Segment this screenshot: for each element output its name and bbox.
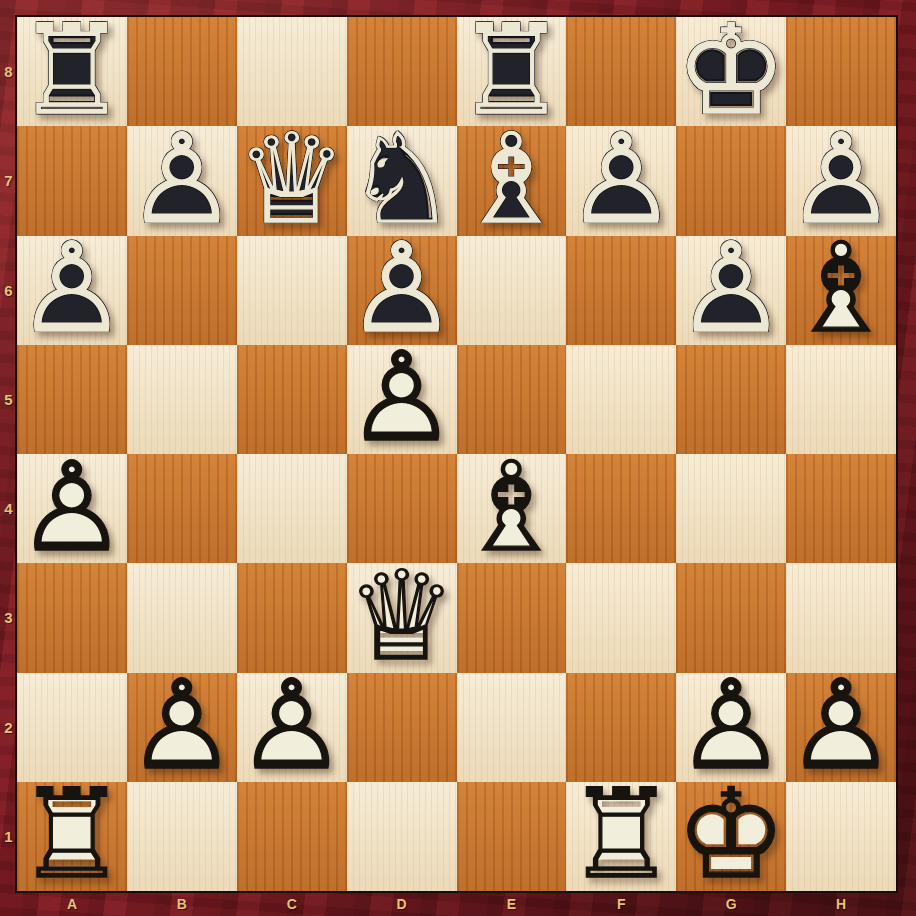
black-king: ♚♔ — [676, 17, 786, 126]
square-g5[interactable] — [676, 345, 786, 454]
square-b4[interactable] — [127, 454, 237, 563]
white-rook: ♜♖ — [17, 782, 127, 891]
square-c6[interactable] — [237, 236, 347, 345]
square-c4[interactable] — [237, 454, 347, 563]
white-bishop: ♝♗ — [786, 236, 896, 345]
square-c5[interactable] — [237, 345, 347, 454]
black-queen-outline: ♕ — [237, 124, 347, 233]
rank-label-3: 3 — [0, 563, 17, 672]
black-queen: ♛♕ — [237, 126, 347, 235]
square-b6[interactable] — [127, 236, 237, 345]
rank-label-6: 6 — [0, 236, 17, 345]
rank-label-4: 4 — [0, 454, 17, 563]
square-c7[interactable]: ♛♕ — [237, 126, 347, 235]
white-bishop-outline: ♗ — [457, 452, 567, 561]
square-f3[interactable] — [566, 563, 676, 672]
white-pawn: ♟♙ — [17, 454, 127, 563]
black-pawn-outline: ♙ — [566, 124, 676, 233]
black-pawn: ♟♙ — [566, 126, 676, 235]
square-e6[interactable] — [457, 236, 567, 345]
square-d3[interactable]: ♛♕ — [347, 563, 457, 672]
black-pawn: ♟♙ — [17, 236, 127, 345]
chess-board-frame: 87654321 ABCDEFGH ♜♖♜♖♚♔♟♙♛♕♞♘♝♗♟♙♟♙♟♙♟♙… — [0, 0, 916, 916]
white-pawn-outline: ♙ — [347, 343, 457, 452]
black-rook-outline: ♖ — [17, 15, 127, 124]
file-label-c: C — [237, 891, 347, 916]
square-a3[interactable] — [17, 563, 127, 672]
square-h6[interactable]: ♝♗ — [786, 236, 896, 345]
square-d2[interactable] — [347, 673, 457, 782]
square-f5[interactable] — [566, 345, 676, 454]
square-e2[interactable] — [457, 673, 567, 782]
square-e3[interactable] — [457, 563, 567, 672]
rank-labels: 87654321 — [0, 17, 17, 891]
square-b7[interactable]: ♟♙ — [127, 126, 237, 235]
white-pawn-outline: ♙ — [786, 671, 896, 780]
white-rook-outline: ♖ — [17, 780, 127, 889]
white-king-outline: ♔ — [676, 780, 786, 889]
square-g8[interactable]: ♚♔ — [676, 17, 786, 126]
square-h4[interactable] — [786, 454, 896, 563]
square-b5[interactable] — [127, 345, 237, 454]
black-pawn-outline: ♙ — [17, 234, 127, 343]
square-g6[interactable]: ♟♙ — [676, 236, 786, 345]
black-bishop-outline: ♗ — [457, 124, 567, 233]
square-b2[interactable]: ♟♙ — [127, 673, 237, 782]
square-f7[interactable]: ♟♙ — [566, 126, 676, 235]
square-f6[interactable] — [566, 236, 676, 345]
white-pawn-outline: ♙ — [127, 671, 237, 780]
white-rook-outline: ♖ — [566, 780, 676, 889]
square-f1[interactable]: ♜♖ — [566, 782, 676, 891]
chess-board: ♜♖♜♖♚♔♟♙♛♕♞♘♝♗♟♙♟♙♟♙♟♙♟♙♝♗♟♙♟♙♝♗♛♕♟♙♟♙♟♙… — [17, 17, 896, 891]
black-bishop: ♝♗ — [457, 126, 567, 235]
file-label-b: B — [127, 891, 237, 916]
square-e1[interactable] — [457, 782, 567, 891]
square-a6[interactable]: ♟♙ — [17, 236, 127, 345]
square-b1[interactable] — [127, 782, 237, 891]
white-rook: ♜♖ — [566, 782, 676, 891]
square-g1[interactable]: ♚♔ — [676, 782, 786, 891]
square-g4[interactable] — [676, 454, 786, 563]
white-king: ♚♔ — [676, 782, 786, 891]
rank-label-2: 2 — [0, 673, 17, 782]
square-h1[interactable] — [786, 782, 896, 891]
square-c2[interactable]: ♟♙ — [237, 673, 347, 782]
white-pawn: ♟♙ — [237, 673, 347, 782]
white-bishop-outline: ♗ — [786, 234, 896, 343]
square-a1[interactable]: ♜♖ — [17, 782, 127, 891]
square-a4[interactable]: ♟♙ — [17, 454, 127, 563]
square-a8[interactable]: ♜♖ — [17, 17, 127, 126]
square-e4[interactable]: ♝♗ — [457, 454, 567, 563]
white-pawn: ♟♙ — [127, 673, 237, 782]
square-d5[interactable]: ♟♙ — [347, 345, 457, 454]
white-queen-outline: ♕ — [347, 561, 457, 670]
white-pawn-outline: ♙ — [237, 671, 347, 780]
rank-label-5: 5 — [0, 345, 17, 454]
black-king-outline: ♔ — [676, 15, 786, 124]
square-f4[interactable] — [566, 454, 676, 563]
square-h2[interactable]: ♟♙ — [786, 673, 896, 782]
black-pawn: ♟♙ — [676, 236, 786, 345]
file-label-e: E — [457, 891, 567, 916]
white-bishop: ♝♗ — [457, 454, 567, 563]
white-pawn: ♟♙ — [347, 345, 457, 454]
file-label-h: H — [786, 891, 896, 916]
file-label-d: D — [347, 891, 457, 916]
black-pawn: ♟♙ — [127, 126, 237, 235]
square-h5[interactable] — [786, 345, 896, 454]
rank-label-7: 7 — [0, 126, 17, 235]
square-c1[interactable] — [237, 782, 347, 891]
black-pawn-outline: ♙ — [676, 234, 786, 343]
black-rook: ♜♖ — [17, 17, 127, 126]
rank-label-1: 1 — [0, 782, 17, 891]
white-queen: ♛♕ — [347, 563, 457, 672]
black-pawn-outline: ♙ — [127, 124, 237, 233]
white-pawn: ♟♙ — [786, 673, 896, 782]
rank-label-8: 8 — [0, 17, 17, 126]
square-e7[interactable]: ♝♗ — [457, 126, 567, 235]
white-pawn-outline: ♙ — [17, 452, 127, 561]
square-d1[interactable] — [347, 782, 457, 891]
